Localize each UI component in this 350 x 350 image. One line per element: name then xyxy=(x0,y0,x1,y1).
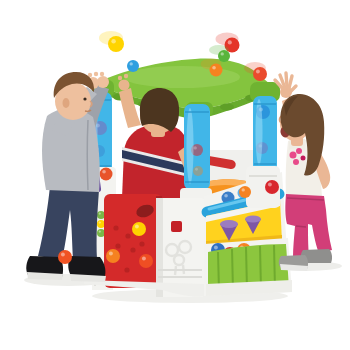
jamb-dots xyxy=(97,211,105,237)
ball-on-floor xyxy=(58,250,72,264)
product-photo xyxy=(0,0,350,350)
corner-column-shade xyxy=(156,198,163,297)
green-basket-fence xyxy=(206,244,292,296)
roof-highlight xyxy=(124,66,240,88)
scene-canvas xyxy=(0,0,350,350)
shirt-placket xyxy=(87,120,88,190)
middle-boy-hand xyxy=(119,80,130,91)
left-boy-eye xyxy=(83,97,86,100)
left-boy-finger xyxy=(94,72,98,76)
middle-boy-finger xyxy=(118,76,122,80)
left-boy-ear xyxy=(63,98,70,108)
brand-badge xyxy=(171,221,182,232)
middle-boy-finger xyxy=(124,74,128,78)
left-boy-finger xyxy=(100,72,104,76)
